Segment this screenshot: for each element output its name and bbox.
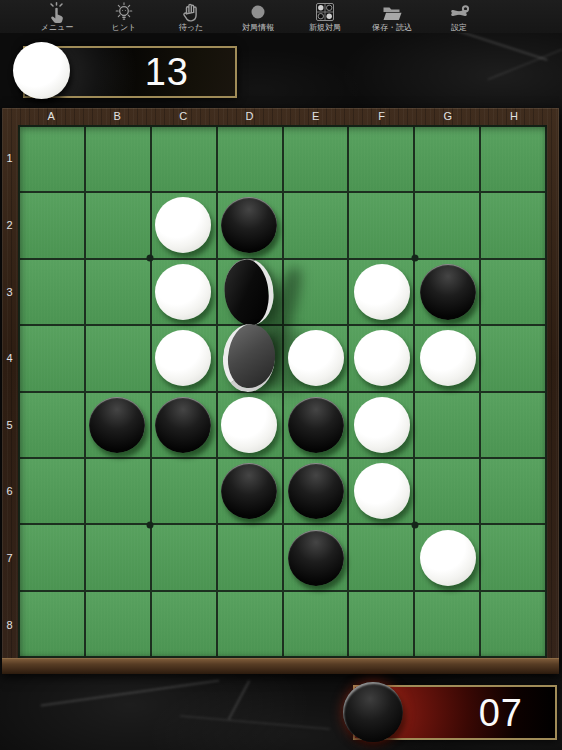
cell-G7[interactable] bbox=[415, 525, 479, 589]
toolbar-label-hint: ヒント bbox=[112, 23, 137, 32]
cell-E4[interactable] bbox=[284, 326, 348, 390]
column-label-F: F bbox=[349, 109, 415, 123]
cell-A7[interactable] bbox=[20, 525, 84, 589]
cell-G8[interactable] bbox=[415, 592, 479, 656]
cell-H2[interactable] bbox=[481, 193, 545, 257]
row-label-7: 7 bbox=[3, 525, 16, 592]
cell-C2[interactable] bbox=[152, 193, 216, 257]
new-game-grid-icon bbox=[314, 3, 336, 23]
column-label-D: D bbox=[216, 109, 282, 123]
cell-A2[interactable] bbox=[20, 193, 84, 257]
cell-A3[interactable] bbox=[20, 260, 84, 324]
toolbar-label-menu: メニュー bbox=[41, 23, 74, 32]
cell-D5[interactable] bbox=[218, 393, 282, 457]
cell-C3[interactable] bbox=[152, 260, 216, 324]
cell-B5[interactable] bbox=[86, 393, 150, 457]
toolbar-label-save-load: 保存・読込 bbox=[372, 23, 412, 32]
cell-A4[interactable] bbox=[20, 326, 84, 390]
column-label-B: B bbox=[84, 109, 150, 123]
tap-icon bbox=[46, 3, 68, 23]
column-label-G: G bbox=[415, 109, 481, 123]
cell-B3[interactable] bbox=[86, 260, 150, 324]
toolbar-item-hint[interactable]: ヒント bbox=[100, 3, 148, 32]
cell-D2[interactable] bbox=[218, 193, 282, 257]
cell-F5[interactable] bbox=[349, 393, 413, 457]
cell-E3[interactable] bbox=[284, 260, 348, 324]
cell-E6[interactable] bbox=[284, 459, 348, 523]
black-score-value: 07 bbox=[479, 691, 523, 734]
cell-B1[interactable] bbox=[86, 127, 150, 191]
toolbar-item-menu[interactable]: メニュー bbox=[33, 3, 81, 32]
marble-vein bbox=[41, 679, 220, 706]
cell-H5[interactable] bbox=[481, 393, 545, 457]
column-label-A: A bbox=[18, 109, 84, 123]
cell-A8[interactable] bbox=[20, 592, 84, 656]
othello-app-screen: メニュー ヒント bbox=[0, 0, 562, 750]
column-labels: ABCDEFGH bbox=[18, 109, 547, 123]
row-label-2: 2 bbox=[3, 192, 16, 259]
cell-E5[interactable] bbox=[284, 393, 348, 457]
cell-D7[interactable] bbox=[218, 525, 282, 589]
cell-D1[interactable] bbox=[218, 127, 282, 191]
row-label-8: 8 bbox=[3, 591, 16, 658]
cell-H6[interactable] bbox=[481, 459, 545, 523]
cell-C7[interactable] bbox=[152, 525, 216, 589]
toolbar-item-undo[interactable]: 待った bbox=[167, 3, 215, 32]
column-label-H: H bbox=[481, 109, 547, 123]
cell-G4[interactable] bbox=[415, 326, 479, 390]
row-label-4: 4 bbox=[3, 325, 16, 392]
hand-icon bbox=[180, 3, 202, 23]
toolbar-label-new-game: 新規対局 bbox=[309, 23, 341, 32]
row-labels: 12345678 bbox=[3, 125, 16, 658]
cell-E8[interactable] bbox=[284, 592, 348, 656]
lightbulb-icon bbox=[113, 3, 135, 23]
cell-C1[interactable] bbox=[152, 127, 216, 191]
cell-F1[interactable] bbox=[349, 127, 413, 191]
cell-H3[interactable] bbox=[481, 260, 545, 324]
cell-G2[interactable] bbox=[415, 193, 479, 257]
cell-G5[interactable] bbox=[415, 393, 479, 457]
cell-E2[interactable] bbox=[284, 193, 348, 257]
board-grid bbox=[18, 125, 547, 658]
row-label-3: 3 bbox=[3, 258, 16, 325]
cell-D3[interactable] bbox=[218, 260, 282, 324]
cell-F3[interactable] bbox=[349, 260, 413, 324]
column-label-E: E bbox=[283, 109, 349, 123]
cell-C4[interactable] bbox=[152, 326, 216, 390]
white-score-value: 13 bbox=[145, 51, 189, 94]
cell-F4[interactable] bbox=[349, 326, 413, 390]
toolbar-label-settings: 設定 bbox=[451, 23, 467, 32]
cell-H7[interactable] bbox=[481, 525, 545, 589]
marble-vein bbox=[180, 715, 330, 729]
cell-H1[interactable] bbox=[481, 127, 545, 191]
cell-E7[interactable] bbox=[284, 525, 348, 589]
cell-C8[interactable] bbox=[152, 592, 216, 656]
toolbar: メニュー ヒント bbox=[0, 0, 562, 33]
row-label-5: 5 bbox=[3, 392, 16, 459]
cell-F6[interactable] bbox=[349, 459, 413, 523]
cell-F2[interactable] bbox=[349, 193, 413, 257]
cell-G6[interactable] bbox=[415, 459, 479, 523]
toolbar-item-save-load[interactable]: 保存・読込 bbox=[368, 3, 416, 32]
cell-A1[interactable] bbox=[20, 127, 84, 191]
folder-icon bbox=[381, 3, 403, 23]
white-player-disc bbox=[13, 42, 70, 99]
cell-B7[interactable] bbox=[86, 525, 150, 589]
toolbar-item-settings[interactable]: 設定 bbox=[435, 3, 483, 32]
cell-A5[interactable] bbox=[20, 393, 84, 457]
row-label-6: 6 bbox=[3, 458, 16, 525]
black-player-disc bbox=[343, 682, 403, 742]
cell-B2[interactable] bbox=[86, 193, 150, 257]
board-frame bbox=[2, 108, 559, 674]
toolbar-label-game-info: 対局情報 bbox=[242, 23, 274, 32]
cell-D8[interactable] bbox=[218, 592, 282, 656]
cell-G1[interactable] bbox=[415, 127, 479, 191]
toolbar-label-undo: 待った bbox=[179, 23, 203, 32]
column-label-C: C bbox=[150, 109, 216, 123]
disc-icon bbox=[247, 3, 269, 23]
row-label-1: 1 bbox=[3, 125, 16, 192]
cell-B8[interactable] bbox=[86, 592, 150, 656]
cell-B6[interactable] bbox=[86, 459, 150, 523]
cell-F8[interactable] bbox=[349, 592, 413, 656]
cell-H4[interactable] bbox=[481, 326, 545, 390]
cell-B4[interactable] bbox=[86, 326, 150, 390]
cell-C5[interactable] bbox=[152, 393, 216, 457]
cell-C6[interactable] bbox=[152, 459, 216, 523]
cell-A6[interactable] bbox=[20, 459, 84, 523]
cell-G3[interactable] bbox=[415, 260, 479, 324]
cell-D6[interactable] bbox=[218, 459, 282, 523]
toolbar-item-game-info[interactable]: 対局情報 bbox=[234, 3, 282, 32]
toolbar-item-new-game[interactable]: 新規対局 bbox=[301, 3, 349, 32]
cell-F7[interactable] bbox=[349, 525, 413, 589]
cell-E1[interactable] bbox=[284, 127, 348, 191]
marble-vein bbox=[228, 680, 250, 720]
cell-H8[interactable] bbox=[481, 592, 545, 656]
cell-D4[interactable] bbox=[218, 326, 282, 390]
tools-icon bbox=[448, 3, 470, 23]
